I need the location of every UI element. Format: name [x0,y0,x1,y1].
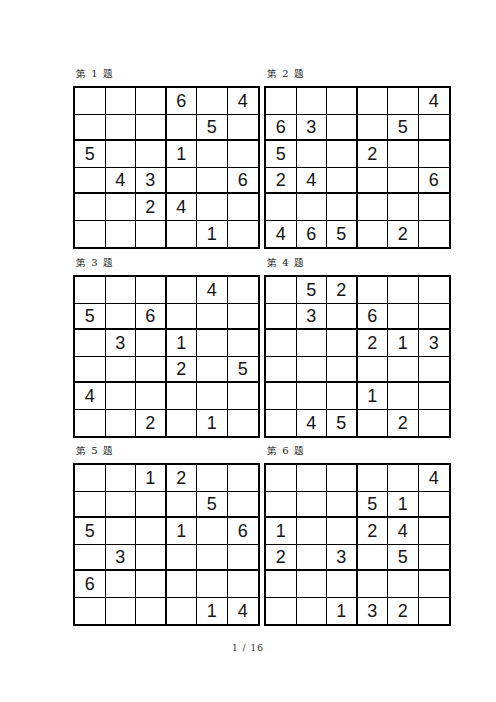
cell-r5c2 [297,383,328,410]
cell-r6c2 [297,598,328,625]
cell-r5c6 [228,194,259,221]
cell-r4c6 [419,357,450,384]
cell-r5c4 [358,194,389,221]
puzzle-6: 第 6 题 451124235132 [264,438,454,626]
cell-r3c4: 2 [358,330,389,357]
cell-r6c2: 4 [297,410,328,437]
cell-r3c5 [197,518,228,545]
cell-r1c1 [75,277,106,304]
cell-r2c1 [75,115,106,142]
cell-r2c6 [228,492,259,519]
cell-r6c4 [167,221,198,248]
cell-r1c5 [197,88,228,115]
cell-r2c2: 3 [297,115,328,142]
cell-r2c6 [419,492,450,519]
cell-r1c1 [266,465,297,492]
cell-r6c5: 1 [197,410,228,437]
cell-r5c6 [419,194,450,221]
cell-r4c2 [297,357,328,384]
cell-r3c2 [297,141,328,168]
cell-r4c4 [358,168,389,195]
puzzle-6-title: 第 6 题 [264,438,454,463]
cell-r5c2 [297,194,328,221]
cell-r6c2 [106,598,137,625]
cell-r4c1 [75,545,106,572]
cell-r6c4 [167,598,198,625]
cell-r4c1 [266,357,297,384]
cell-r2c3 [327,115,358,142]
cell-r1c3 [327,88,358,115]
sudoku-board-3: 4563125421 [73,275,260,438]
cell-r5c4: 1 [358,383,389,410]
cell-r2c4 [358,115,389,142]
cell-r5c5 [197,194,228,221]
cell-r2c2 [106,492,137,519]
cell-r1c3 [136,88,167,115]
cell-r6c1 [266,598,297,625]
cell-r3c4: 1 [167,141,198,168]
cell-r2c1: 6 [266,115,297,142]
cell-r1c4 [358,88,389,115]
puzzle-3-title: 第 3 题 [73,250,263,275]
sudoku-board-1: 64551436241 [73,86,260,249]
cell-r2c6 [419,115,450,142]
cell-r1c2 [297,465,328,492]
puzzle-3: 第 3 题 4563125421 [73,250,263,438]
cell-r5c1: 4 [75,383,106,410]
cell-r2c2 [106,304,137,331]
cell-r2c5: 5 [197,115,228,142]
cell-r3c3 [136,141,167,168]
cell-r1c6: 4 [419,88,450,115]
cell-r4c3 [327,357,358,384]
cell-r1c6: 4 [228,88,259,115]
cell-r4c1 [75,357,106,384]
cell-r6c4 [167,410,198,437]
cell-r1c2 [106,88,137,115]
cell-r3c5 [197,330,228,357]
cell-r4c6 [228,545,259,572]
cell-r4c4 [167,168,198,195]
cell-r3c6 [228,330,259,357]
cell-r2c5 [197,304,228,331]
puzzle-2-title: 第 2 题 [264,61,454,86]
cell-r4c5 [388,168,419,195]
cell-r4c4 [358,357,389,384]
cell-r4c3: 3 [136,168,167,195]
cell-r3c2 [297,518,328,545]
cell-r2c4 [167,115,198,142]
cell-r4c5 [197,357,228,384]
cell-r4c5 [388,357,419,384]
cell-r6c6: 4 [228,598,259,625]
sudoku-board-6: 451124235132 [264,463,451,626]
cell-r2c5: 5 [388,115,419,142]
puzzle-1-title: 第 1 题 [73,61,263,86]
cell-r3c5: 1 [388,330,419,357]
cell-r6c5: 1 [197,221,228,248]
cell-r3c1: 5 [266,141,297,168]
cell-r1c4: 2 [167,465,198,492]
cell-r4c6: 6 [419,168,450,195]
cell-r2c4: 6 [358,304,389,331]
cell-r2c1: 5 [75,304,106,331]
cell-r1c5: 4 [197,277,228,304]
cell-r1c6 [419,277,450,304]
cell-r2c4 [167,492,198,519]
cell-r5c3: 2 [136,194,167,221]
cell-r6c6 [419,598,450,625]
cell-r1c2: 5 [297,277,328,304]
cell-r1c3: 2 [327,277,358,304]
cell-r4c6 [419,545,450,572]
cell-r1c5 [197,465,228,492]
cell-r6c3 [136,221,167,248]
cell-r5c2 [297,571,328,598]
cell-r6c4: 3 [358,598,389,625]
cell-r2c6 [228,304,259,331]
cell-r4c3 [136,357,167,384]
cell-r6c5: 2 [388,598,419,625]
cell-r2c3 [136,492,167,519]
cell-r5c1 [266,571,297,598]
puzzle-1: 第 1 题 64551436241 [73,61,263,249]
cell-r5c3 [327,571,358,598]
cell-r3c3 [327,141,358,168]
cell-r4c3 [327,168,358,195]
cell-r4c2 [297,545,328,572]
cell-r5c4: 4 [167,194,198,221]
cell-r4c5 [197,168,228,195]
cell-r5c3 [136,383,167,410]
cell-r6c2: 6 [297,221,328,248]
cell-r1c2 [106,277,137,304]
cell-r3c3 [136,518,167,545]
cell-r1c4 [358,465,389,492]
cell-r2c6 [419,304,450,331]
cell-r5c6 [228,571,259,598]
cell-r5c3 [327,383,358,410]
cell-r4c3 [136,545,167,572]
cell-r2c1 [266,492,297,519]
cell-r4c3: 3 [327,545,358,572]
cell-r3c1: 1 [266,518,297,545]
cell-r4c6: 5 [228,357,259,384]
cell-r5c2 [106,383,137,410]
cell-r1c5 [388,88,419,115]
puzzle-5: 第 5 题 1255163614 [73,438,263,626]
cell-r1c1 [266,277,297,304]
page-number: 1 / 16 [0,643,496,653]
cell-r4c5: 5 [388,545,419,572]
cell-r2c2 [106,115,137,142]
cell-r2c1 [75,492,106,519]
sudoku-board-5: 1255163614 [73,463,260,626]
cell-r1c4 [358,277,389,304]
cell-r3c6 [228,141,259,168]
cell-r4c5 [197,545,228,572]
cell-r1c3 [136,277,167,304]
cell-r6c3: 5 [327,410,358,437]
puzzle-2: 第 2 题 4635522464652 [264,61,454,249]
cell-r6c6 [419,221,450,248]
cell-r3c1: 5 [75,518,106,545]
cell-r1c2 [297,88,328,115]
cell-r1c6 [228,277,259,304]
cell-r6c1: 4 [266,221,297,248]
cell-r6c6 [419,410,450,437]
cell-r2c4 [167,304,198,331]
puzzle-5-title: 第 5 题 [73,438,263,463]
cell-r5c5 [197,571,228,598]
cell-r1c6 [228,465,259,492]
cell-r4c2 [106,357,137,384]
cell-r1c6: 4 [419,465,450,492]
cell-r5c4 [358,571,389,598]
cell-r6c3 [136,598,167,625]
cell-r6c5: 2 [388,221,419,248]
cell-r5c1: 6 [75,571,106,598]
cell-r3c6 [419,141,450,168]
cell-r4c2: 4 [106,168,137,195]
cell-r4c4 [358,545,389,572]
cell-r1c5 [388,277,419,304]
cell-r5c5 [388,194,419,221]
cell-r1c3 [327,465,358,492]
cell-r4c2: 4 [297,168,328,195]
cell-r6c4 [358,410,389,437]
cell-r6c4 [358,221,389,248]
cell-r3c4: 1 [167,518,198,545]
cell-r6c1 [266,410,297,437]
cell-r1c3: 1 [136,465,167,492]
cell-r2c5: 1 [388,492,419,519]
cell-r5c3 [327,194,358,221]
cell-r5c4 [167,383,198,410]
cell-r2c2 [297,492,328,519]
cell-r5c6 [228,383,259,410]
cell-r1c1 [75,465,106,492]
cell-r6c5: 1 [197,598,228,625]
cell-r3c2 [297,330,328,357]
cell-r3c4: 1 [167,330,198,357]
cell-r5c1 [266,194,297,221]
cell-r2c6 [228,115,259,142]
cell-r6c5: 2 [388,410,419,437]
cell-r6c3: 5 [327,221,358,248]
cell-r3c4: 2 [358,141,389,168]
cell-r3c2 [106,518,137,545]
cell-r2c3: 6 [136,304,167,331]
cell-r2c5 [388,304,419,331]
cell-r3c5 [388,141,419,168]
cell-r3c2 [106,141,137,168]
cell-r2c4: 5 [358,492,389,519]
cell-r5c2 [106,571,137,598]
cell-r6c3: 1 [327,598,358,625]
cell-r5c5 [197,383,228,410]
cell-r6c2 [106,221,137,248]
cell-r1c5 [388,465,419,492]
cell-r2c5: 5 [197,492,228,519]
cell-r5c3 [136,571,167,598]
cell-r5c6 [419,571,450,598]
cell-r4c1 [75,168,106,195]
cell-r3c4: 2 [358,518,389,545]
cell-r1c4 [167,277,198,304]
cell-r6c3: 2 [136,410,167,437]
cell-r4c6: 6 [228,168,259,195]
cell-r3c6: 3 [419,330,450,357]
cell-r6c6 [228,410,259,437]
cell-r6c2 [106,410,137,437]
cell-r2c3 [327,492,358,519]
sudoku-board-4: 52362131452 [264,275,451,438]
cell-r3c3 [136,330,167,357]
cell-r4c1: 2 [266,168,297,195]
cell-r3c1: 5 [75,141,106,168]
cell-r6c1 [75,598,106,625]
cell-r6c1 [75,221,106,248]
puzzle-4-title: 第 4 题 [264,250,454,275]
sudoku-board-2: 4635522464652 [264,86,451,249]
cell-r6c1 [75,410,106,437]
cell-r3c3 [327,330,358,357]
cell-r6c6 [228,221,259,248]
cell-r5c1 [75,194,106,221]
cell-r3c1 [75,330,106,357]
cell-r3c6: 6 [228,518,259,545]
cell-r3c2: 3 [106,330,137,357]
cell-r5c1 [266,383,297,410]
cell-r5c2 [106,194,137,221]
cell-r4c4: 2 [167,357,198,384]
cell-r5c4 [167,571,198,598]
cell-r3c5: 4 [388,518,419,545]
cell-r1c1 [75,88,106,115]
cell-r1c2 [106,465,137,492]
cell-r4c2: 3 [106,545,137,572]
cell-r2c3 [136,115,167,142]
cell-r5c6 [419,383,450,410]
cell-r4c4 [167,545,198,572]
puzzle-4: 第 4 题 52362131452 [264,250,454,438]
cell-r1c4: 6 [167,88,198,115]
cell-r5c5 [388,383,419,410]
cell-r4c1: 2 [266,545,297,572]
cell-r3c3 [327,518,358,545]
cell-r3c6 [419,518,450,545]
cell-r3c5 [197,141,228,168]
cell-r2c2: 3 [297,304,328,331]
cell-r2c3 [327,304,358,331]
cell-r3c1 [266,330,297,357]
cell-r5c5 [388,571,419,598]
cell-r1c1 [266,88,297,115]
cell-r2c1 [266,304,297,331]
